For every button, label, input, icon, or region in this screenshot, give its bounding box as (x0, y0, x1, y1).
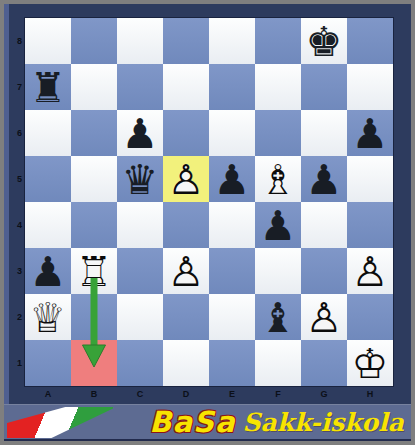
black-bishop-f2[interactable]: ♝ (255, 294, 301, 340)
square-a6[interactable] (25, 110, 71, 156)
rank-label-1: 1 (4, 340, 25, 386)
logo-text: BaSa Sakk-iskola (149, 405, 404, 439)
square-d7[interactable] (163, 64, 209, 110)
square-g6[interactable] (301, 110, 347, 156)
square-a2[interactable]: ♛♕ (25, 294, 71, 340)
square-a7[interactable]: ♜ (25, 64, 71, 110)
square-h7[interactable] (347, 64, 393, 110)
white-pawn-d3[interactable]: ♙ (163, 248, 209, 294)
square-b6[interactable] (71, 110, 117, 156)
square-h8[interactable] (347, 18, 393, 64)
file-label-h: H (347, 386, 393, 401)
square-c7[interactable] (117, 64, 163, 110)
square-e7[interactable] (209, 64, 255, 110)
square-d2[interactable] (163, 294, 209, 340)
white-pawn-d5-fill: ♟ (163, 156, 209, 202)
square-b4[interactable] (71, 202, 117, 248)
square-e8[interactable] (209, 18, 255, 64)
square-b2[interactable] (71, 294, 117, 340)
file-label-c: C (117, 386, 163, 401)
white-pawn-g2[interactable]: ♙ (301, 294, 347, 340)
black-king-g8[interactable]: ♚ (301, 18, 347, 64)
square-g3[interactable] (301, 248, 347, 294)
square-f1[interactable] (255, 340, 301, 386)
square-c4[interactable] (117, 202, 163, 248)
square-c6[interactable]: ♟ (117, 110, 163, 156)
square-a3[interactable]: ♟ (25, 248, 71, 294)
square-h5[interactable] (347, 156, 393, 202)
square-g2[interactable]: ♟♙ (301, 294, 347, 340)
square-c3[interactable] (117, 248, 163, 294)
square-h2[interactable] (347, 294, 393, 340)
white-pawn-h3-fill: ♟ (347, 248, 393, 294)
chess-diagram: 87654321 ♚♜♟♟♛♟♙♟♝♗♟♟♟♜♖♟♙♟♙♛♕♝♟♙♚♔ ABCD… (0, 0, 415, 445)
file-label-b: B (71, 386, 117, 401)
logo-bar: BaSa Sakk-iskola (4, 404, 411, 441)
rank-label-2: 2 (4, 294, 25, 340)
square-e3[interactable] (209, 248, 255, 294)
square-h3[interactable]: ♟♙ (347, 248, 393, 294)
file-label-e: E (209, 386, 255, 401)
square-d8[interactable] (163, 18, 209, 64)
square-g4[interactable] (301, 202, 347, 248)
rank-label-6: 6 (4, 110, 25, 156)
square-e2[interactable] (209, 294, 255, 340)
black-pawn-h6[interactable]: ♟ (347, 110, 393, 156)
logo-brand: BaSa (149, 405, 235, 439)
square-a5[interactable] (25, 156, 71, 202)
square-g7[interactable] (301, 64, 347, 110)
square-f2[interactable]: ♝ (255, 294, 301, 340)
square-h6[interactable]: ♟ (347, 110, 393, 156)
chess-board: ♚♜♟♟♛♟♙♟♝♗♟♟♟♜♖♟♙♟♙♛♕♝♟♙♚♔ (25, 18, 393, 386)
white-rook-b3-fill: ♜ (71, 248, 117, 294)
black-pawn-e5[interactable]: ♟ (209, 156, 255, 202)
rank-label-5: 5 (4, 156, 25, 202)
square-e1[interactable] (209, 340, 255, 386)
white-rook-b3[interactable]: ♖ (71, 248, 117, 294)
square-d1[interactable] (163, 340, 209, 386)
black-pawn-c6[interactable]: ♟ (117, 110, 163, 156)
square-f6[interactable] (255, 110, 301, 156)
file-label-f: F (255, 386, 301, 401)
square-g8[interactable]: ♚ (301, 18, 347, 64)
file-label-a: A (25, 386, 71, 401)
square-f8[interactable] (255, 18, 301, 64)
square-f4[interactable]: ♟ (255, 202, 301, 248)
black-rook-a7[interactable]: ♜ (25, 64, 71, 110)
black-queen-c5[interactable]: ♛ (117, 156, 163, 202)
white-bishop-f5[interactable]: ♗ (255, 156, 301, 202)
highlight-red-b1[interactable] (71, 340, 117, 386)
square-b7[interactable] (71, 64, 117, 110)
white-queen-a2-fill: ♛ (25, 294, 71, 340)
square-e6[interactable] (209, 110, 255, 156)
black-pawn-g5[interactable]: ♟ (301, 156, 347, 202)
file-label-g: G (301, 386, 347, 401)
rank-label-4: 4 (4, 202, 25, 248)
rank-label-7: 7 (4, 64, 25, 110)
rank-label-8: 8 (4, 18, 25, 64)
square-g1[interactable] (301, 340, 347, 386)
highlight-yellow-d5[interactable]: ♟♙ (163, 156, 209, 202)
white-queen-a2[interactable]: ♕ (25, 294, 71, 340)
square-c8[interactable] (117, 18, 163, 64)
square-c5[interactable]: ♛ (117, 156, 163, 202)
white-king-h1-fill: ♚ (347, 340, 393, 386)
square-a4[interactable] (25, 202, 71, 248)
hungarian-flag-icon (7, 407, 113, 438)
board-frame: 87654321 ♚♜♟♟♛♟♙♟♝♗♟♟♟♜♖♟♙♟♙♛♕♝♟♙♚♔ ABCD… (4, 4, 411, 441)
white-pawn-h3[interactable]: ♙ (347, 248, 393, 294)
square-b8[interactable] (71, 18, 117, 64)
white-pawn-d3-fill: ♟ (163, 248, 209, 294)
square-h1[interactable]: ♚♔ (347, 340, 393, 386)
logo-suffix: Sakk-iskola (242, 408, 404, 437)
white-pawn-d5[interactable]: ♙ (163, 156, 209, 202)
square-b3[interactable]: ♜♖ (71, 248, 117, 294)
square-b5[interactable] (71, 156, 117, 202)
square-a8[interactable] (25, 18, 71, 64)
white-bishop-f5-fill: ♝ (255, 156, 301, 202)
square-d3[interactable]: ♟♙ (163, 248, 209, 294)
square-f3[interactable] (255, 248, 301, 294)
rank-label-3: 3 (4, 248, 25, 294)
file-label-d: D (163, 386, 209, 401)
square-g5[interactable]: ♟ (301, 156, 347, 202)
square-f7[interactable] (255, 64, 301, 110)
square-e4[interactable] (209, 202, 255, 248)
white-pawn-g2-fill: ♟ (301, 294, 347, 340)
square-c2[interactable] (117, 294, 163, 340)
square-d4[interactable] (163, 202, 209, 248)
black-pawn-f4[interactable]: ♟ (255, 202, 301, 248)
square-h4[interactable] (347, 202, 393, 248)
file-labels: ABCDEFGH (25, 386, 393, 401)
square-e5[interactable]: ♟ (209, 156, 255, 202)
square-f5[interactable]: ♝♗ (255, 156, 301, 202)
black-pawn-a3[interactable]: ♟ (25, 248, 71, 294)
white-king-h1[interactable]: ♔ (347, 340, 393, 386)
square-a1[interactable] (25, 340, 71, 386)
rank-labels: 87654321 (4, 18, 25, 386)
square-c1[interactable] (117, 340, 163, 386)
square-d6[interactable] (163, 110, 209, 156)
